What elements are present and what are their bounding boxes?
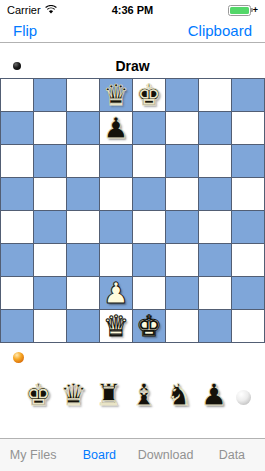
- square-f8[interactable]: [166, 79, 198, 111]
- palette-black-knight[interactable]: ♞: [166, 380, 193, 410]
- square-c1[interactable]: [67, 310, 99, 342]
- square-a8[interactable]: [1, 79, 33, 111]
- square-g6[interactable]: [199, 145, 231, 177]
- square-d1[interactable]: ♛: [100, 310, 132, 342]
- battery-icon: [228, 5, 251, 16]
- tab-data[interactable]: Data: [199, 439, 265, 471]
- square-e3[interactable]: [133, 244, 165, 276]
- square-d7[interactable]: ♟: [100, 112, 132, 144]
- square-e8[interactable]: ♚: [133, 79, 165, 111]
- square-f4[interactable]: [166, 211, 198, 243]
- palette-black-pawn[interactable]: ♟: [201, 380, 228, 410]
- square-g1[interactable]: [199, 310, 231, 342]
- square-d2[interactable]: ♟: [100, 277, 132, 309]
- square-a1[interactable]: [1, 310, 33, 342]
- square-g7[interactable]: [199, 112, 231, 144]
- square-b4[interactable]: [34, 211, 66, 243]
- palette-black-bishop[interactable]: ♝: [130, 380, 157, 410]
- white-pawn-d2[interactable]: ♟: [103, 277, 129, 309]
- square-h2[interactable]: [232, 277, 264, 309]
- nav-bar: Flip Clipboard: [0, 20, 265, 43]
- square-f1[interactable]: [166, 310, 198, 342]
- square-h5[interactable]: [232, 178, 264, 210]
- square-c2[interactable]: [67, 277, 99, 309]
- black-queen-d8[interactable]: ♛: [103, 79, 129, 111]
- square-f5[interactable]: [166, 178, 198, 210]
- white-color-ball[interactable]: [236, 390, 251, 405]
- square-f2[interactable]: [166, 277, 198, 309]
- square-a4[interactable]: [1, 211, 33, 243]
- square-h7[interactable]: [232, 112, 264, 144]
- status-bar: Carrier 4:36 PM +: [0, 0, 265, 20]
- flip-button[interactable]: Flip: [13, 21, 37, 41]
- square-g4[interactable]: [199, 211, 231, 243]
- square-f7[interactable]: [166, 112, 198, 144]
- square-g2[interactable]: [199, 277, 231, 309]
- square-h8[interactable]: [232, 79, 264, 111]
- black-pawn-d7[interactable]: ♟: [103, 112, 129, 144]
- square-h4[interactable]: [232, 211, 264, 243]
- square-a6[interactable]: [1, 145, 33, 177]
- square-c5[interactable]: [67, 178, 99, 210]
- square-h3[interactable]: [232, 244, 264, 276]
- square-b3[interactable]: [34, 244, 66, 276]
- clipboard-button[interactable]: Clipboard: [188, 21, 252, 41]
- piece-palette: ♚♛♜♝♞♟: [25, 378, 251, 410]
- palette-black-rook[interactable]: ♜: [95, 380, 122, 410]
- clock: 4:36 PM: [0, 4, 265, 16]
- square-a2[interactable]: [1, 277, 33, 309]
- square-e7[interactable]: [133, 112, 165, 144]
- square-d6[interactable]: [100, 145, 132, 177]
- square-a5[interactable]: [1, 178, 33, 210]
- palette-black-king[interactable]: ♚: [25, 380, 52, 410]
- square-e2[interactable]: [133, 277, 165, 309]
- square-a7[interactable]: [1, 112, 33, 144]
- chess-board: ♛♚♟♟♛♚: [0, 78, 265, 343]
- square-d3[interactable]: [100, 244, 132, 276]
- square-f6[interactable]: [166, 145, 198, 177]
- square-b7[interactable]: [34, 112, 66, 144]
- square-b8[interactable]: [34, 79, 66, 111]
- square-d4[interactable]: [100, 211, 132, 243]
- app-window: Carrier 4:36 PM + Flip Clipboard Draw ♛♚…: [0, 0, 265, 471]
- tab-board[interactable]: Board: [66, 439, 132, 471]
- tab-my-files[interactable]: My Files: [0, 439, 66, 471]
- square-h6[interactable]: [232, 145, 264, 177]
- black-king-e8[interactable]: ♚: [136, 79, 162, 111]
- square-c8[interactable]: [67, 79, 99, 111]
- square-c4[interactable]: [67, 211, 99, 243]
- square-e4[interactable]: [133, 211, 165, 243]
- square-g3[interactable]: [199, 244, 231, 276]
- square-b2[interactable]: [34, 277, 66, 309]
- white-king-e1[interactable]: ♚: [136, 310, 162, 342]
- square-c7[interactable]: [67, 112, 99, 144]
- tab-download[interactable]: Download: [133, 439, 199, 471]
- square-d5[interactable]: [100, 178, 132, 210]
- square-a3[interactable]: [1, 244, 33, 276]
- square-h1[interactable]: [232, 310, 264, 342]
- square-e1[interactable]: ♚: [133, 310, 165, 342]
- white-queen-d1[interactable]: ♛: [103, 310, 129, 342]
- tab-bar: My Files Board Download Data: [0, 438, 265, 471]
- game-status-label: Draw: [0, 58, 265, 74]
- square-b5[interactable]: [34, 178, 66, 210]
- square-g5[interactable]: [199, 178, 231, 210]
- square-b1[interactable]: [34, 310, 66, 342]
- square-c6[interactable]: [67, 145, 99, 177]
- square-b6[interactable]: [34, 145, 66, 177]
- game-status-row: Draw: [0, 43, 265, 78]
- charging-icon: +: [253, 6, 258, 15]
- square-d8[interactable]: ♛: [100, 79, 132, 111]
- orange-color-ball[interactable]: [13, 352, 24, 363]
- square-g8[interactable]: [199, 79, 231, 111]
- square-e6[interactable]: [133, 145, 165, 177]
- palette-black-queen[interactable]: ♛: [60, 380, 87, 410]
- square-e5[interactable]: [133, 178, 165, 210]
- square-c3[interactable]: [67, 244, 99, 276]
- square-f3[interactable]: [166, 244, 198, 276]
